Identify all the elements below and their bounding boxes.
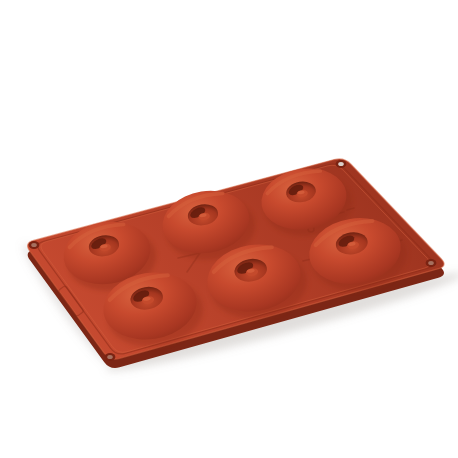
- corner-hole-bottom: [105, 353, 116, 361]
- product-photo: [0, 0, 458, 458]
- corner-hole-left: [29, 241, 40, 249]
- corner-hole-right: [426, 259, 437, 267]
- mold-illustration: [0, 0, 458, 458]
- corner-hole-top: [336, 160, 347, 168]
